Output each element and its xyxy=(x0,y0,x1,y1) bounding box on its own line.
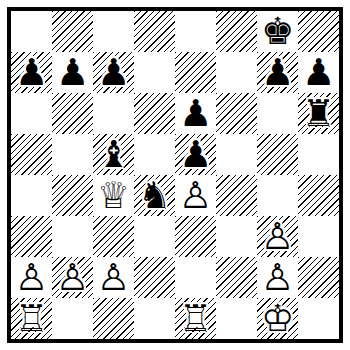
white-pawn-a2[interactable]: ♙ xyxy=(15,257,48,298)
square-h6[interactable]: ♜ xyxy=(298,93,339,134)
white-queen-c4[interactable]: ♕ xyxy=(97,175,130,216)
square-c1[interactable] xyxy=(93,298,134,339)
square-a1[interactable]: ♖ xyxy=(11,298,52,339)
white-pawn-e4[interactable]: ♙ xyxy=(179,175,212,216)
square-h4[interactable] xyxy=(298,175,339,216)
square-a8[interactable] xyxy=(11,11,52,52)
square-e7[interactable] xyxy=(175,52,216,93)
white-pawn-b2[interactable]: ♙ xyxy=(56,257,89,298)
square-c2[interactable]: ♙ xyxy=(93,257,134,298)
square-a6[interactable] xyxy=(11,93,52,134)
square-f5[interactable] xyxy=(216,134,257,175)
square-d8[interactable] xyxy=(134,11,175,52)
square-h5[interactable] xyxy=(298,134,339,175)
square-h2[interactable] xyxy=(298,257,339,298)
square-g6[interactable] xyxy=(257,93,298,134)
square-d6[interactable] xyxy=(134,93,175,134)
square-h8[interactable] xyxy=(298,11,339,52)
square-h1[interactable] xyxy=(298,298,339,339)
square-b7[interactable]: ♟ xyxy=(52,52,93,93)
square-d5[interactable] xyxy=(134,134,175,175)
square-e8[interactable] xyxy=(175,11,216,52)
square-e5[interactable]: ♟ xyxy=(175,134,216,175)
square-b5[interactable] xyxy=(52,134,93,175)
square-b6[interactable] xyxy=(52,93,93,134)
white-pawn-g2[interactable]: ♙ xyxy=(261,257,294,298)
square-f3[interactable] xyxy=(216,216,257,257)
square-c8[interactable] xyxy=(93,11,134,52)
square-g8[interactable]: ♚ xyxy=(257,11,298,52)
white-king-g1[interactable]: ♔ xyxy=(261,298,294,339)
square-g5[interactable] xyxy=(257,134,298,175)
square-f4[interactable] xyxy=(216,175,257,216)
square-b3[interactable] xyxy=(52,216,93,257)
square-a7[interactable]: ♟ xyxy=(11,52,52,93)
black-rook-h6[interactable]: ♜ xyxy=(302,93,335,134)
square-f7[interactable] xyxy=(216,52,257,93)
black-pawn-b7[interactable]: ♟ xyxy=(56,52,89,93)
square-h7[interactable]: ♟ xyxy=(298,52,339,93)
square-d7[interactable] xyxy=(134,52,175,93)
square-a4[interactable] xyxy=(11,175,52,216)
black-pawn-g7[interactable]: ♟ xyxy=(261,52,294,93)
square-b2[interactable]: ♙ xyxy=(52,257,93,298)
square-g7[interactable]: ♟ xyxy=(257,52,298,93)
square-c3[interactable] xyxy=(93,216,134,257)
square-g3[interactable]: ♙ xyxy=(257,216,298,257)
black-knight-d4[interactable]: ♞ xyxy=(138,175,171,216)
square-h3[interactable] xyxy=(298,216,339,257)
square-b8[interactable] xyxy=(52,11,93,52)
square-f6[interactable] xyxy=(216,93,257,134)
square-g2[interactable]: ♙ xyxy=(257,257,298,298)
white-pawn-g3[interactable]: ♙ xyxy=(261,216,294,257)
square-c6[interactable] xyxy=(93,93,134,134)
square-d1[interactable] xyxy=(134,298,175,339)
square-e2[interactable] xyxy=(175,257,216,298)
square-d2[interactable] xyxy=(134,257,175,298)
square-d3[interactable] xyxy=(134,216,175,257)
white-rook-a1[interactable]: ♖ xyxy=(15,298,48,339)
square-a3[interactable] xyxy=(11,216,52,257)
black-pawn-a7[interactable]: ♟ xyxy=(15,52,48,93)
black-pawn-e6[interactable]: ♟ xyxy=(179,93,212,134)
square-f8[interactable] xyxy=(216,11,257,52)
square-e1[interactable]: ♖ xyxy=(175,298,216,339)
black-pawn-e5[interactable]: ♟ xyxy=(179,134,212,175)
square-g4[interactable] xyxy=(257,175,298,216)
square-c7[interactable]: ♟ xyxy=(93,52,134,93)
square-d4[interactable]: ♞ xyxy=(134,175,175,216)
chess-board: ♚♟♟♟♟♟♟♜♝♟♕♞♙♙♙♙♙♙♖♖♔ xyxy=(7,7,343,343)
white-pawn-c2[interactable]: ♙ xyxy=(97,257,130,298)
black-bishop-c5[interactable]: ♝ xyxy=(97,134,130,175)
square-e3[interactable] xyxy=(175,216,216,257)
white-rook-e1[interactable]: ♖ xyxy=(179,298,212,339)
square-b4[interactable] xyxy=(52,175,93,216)
square-e6[interactable]: ♟ xyxy=(175,93,216,134)
black-pawn-h7[interactable]: ♟ xyxy=(302,52,335,93)
square-f2[interactable] xyxy=(216,257,257,298)
square-a2[interactable]: ♙ xyxy=(11,257,52,298)
square-c4[interactable]: ♕ xyxy=(93,175,134,216)
square-e4[interactable]: ♙ xyxy=(175,175,216,216)
square-a5[interactable] xyxy=(11,134,52,175)
square-f1[interactable] xyxy=(216,298,257,339)
square-c5[interactable]: ♝ xyxy=(93,134,134,175)
square-g1[interactable]: ♔ xyxy=(257,298,298,339)
square-b1[interactable] xyxy=(52,298,93,339)
black-pawn-c7[interactable]: ♟ xyxy=(97,52,130,93)
black-king-g8[interactable]: ♚ xyxy=(261,11,294,52)
